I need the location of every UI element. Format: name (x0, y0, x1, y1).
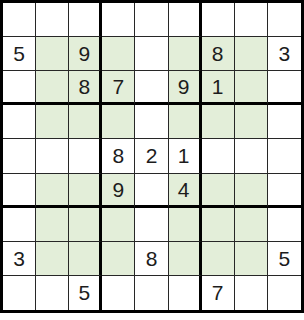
cell-r3c4[interactable]: 7 (102, 71, 135, 105)
sudoku-board: 598387918219438557 (0, 0, 304, 313)
cell-r9c5[interactable] (135, 276, 168, 310)
cell-r4c8[interactable] (235, 105, 268, 139)
cell-r8c6[interactable] (169, 242, 202, 276)
cell-r3c3[interactable]: 8 (69, 71, 102, 105)
cell-r8c1[interactable]: 3 (3, 242, 36, 276)
cell-r5c1[interactable] (3, 139, 36, 173)
cell-r9c2[interactable] (36, 276, 69, 310)
cell-r3c5[interactable] (135, 71, 168, 105)
cell-r6c7[interactable] (202, 174, 235, 208)
cell-r7c9[interactable] (268, 208, 301, 242)
cell-r6c9[interactable] (268, 174, 301, 208)
cell-r1c4[interactable] (102, 3, 135, 37)
cell-r8c3[interactable] (69, 242, 102, 276)
cell-r1c9[interactable] (268, 3, 301, 37)
cell-r9c3[interactable]: 5 (69, 276, 102, 310)
cell-r8c9[interactable]: 5 (268, 242, 301, 276)
cell-r6c5[interactable] (135, 174, 168, 208)
cell-r4c1[interactable] (3, 105, 36, 139)
cell-r2c5[interactable] (135, 37, 168, 71)
cell-r6c1[interactable] (3, 174, 36, 208)
cell-r7c5[interactable] (135, 208, 168, 242)
cell-r3c8[interactable] (235, 71, 268, 105)
cell-r1c8[interactable] (235, 3, 268, 37)
cell-r1c7[interactable] (202, 3, 235, 37)
cell-r2c9[interactable]: 3 (268, 37, 301, 71)
cell-r9c8[interactable] (235, 276, 268, 310)
cell-r2c3[interactable]: 9 (69, 37, 102, 71)
cell-r2c4[interactable] (102, 37, 135, 71)
cell-r5c4[interactable]: 8 (102, 139, 135, 173)
cell-r1c6[interactable] (169, 3, 202, 37)
cell-r7c2[interactable] (36, 208, 69, 242)
cell-r4c2[interactable] (36, 105, 69, 139)
cell-r4c7[interactable] (202, 105, 235, 139)
cell-r3c2[interactable] (36, 71, 69, 105)
cell-r4c6[interactable] (169, 105, 202, 139)
cell-r7c8[interactable] (235, 208, 268, 242)
cell-r1c5[interactable] (135, 3, 168, 37)
cell-r4c5[interactable] (135, 105, 168, 139)
cell-r9c4[interactable] (102, 276, 135, 310)
cell-r5c5[interactable]: 2 (135, 139, 168, 173)
cell-r6c2[interactable] (36, 174, 69, 208)
cell-r7c3[interactable] (69, 208, 102, 242)
cell-r2c6[interactable] (169, 37, 202, 71)
cell-r6c6[interactable]: 4 (169, 174, 202, 208)
cell-r2c2[interactable] (36, 37, 69, 71)
cell-r8c4[interactable] (102, 242, 135, 276)
cell-r8c8[interactable] (235, 242, 268, 276)
cell-r7c1[interactable] (3, 208, 36, 242)
cell-r3c1[interactable] (3, 71, 36, 105)
cell-r2c8[interactable] (235, 37, 268, 71)
cell-r4c3[interactable] (69, 105, 102, 139)
cell-r4c9[interactable] (268, 105, 301, 139)
cell-r8c5[interactable]: 8 (135, 242, 168, 276)
cell-r5c2[interactable] (36, 139, 69, 173)
cell-r4c4[interactable] (102, 105, 135, 139)
cell-r9c6[interactable] (169, 276, 202, 310)
cell-r8c7[interactable] (202, 242, 235, 276)
cell-r9c1[interactable] (3, 276, 36, 310)
cell-r3c7[interactable]: 1 (202, 71, 235, 105)
cell-r6c8[interactable] (235, 174, 268, 208)
cell-r2c1[interactable]: 5 (3, 37, 36, 71)
cell-r2c7[interactable]: 8 (202, 37, 235, 71)
cell-r7c4[interactable] (102, 208, 135, 242)
cell-r5c9[interactable] (268, 139, 301, 173)
cell-r1c1[interactable] (3, 3, 36, 37)
cell-r1c3[interactable] (69, 3, 102, 37)
cell-r3c9[interactable] (268, 71, 301, 105)
cell-r6c4[interactable]: 9 (102, 174, 135, 208)
cell-r5c7[interactable] (202, 139, 235, 173)
cell-r5c3[interactable] (69, 139, 102, 173)
cell-r7c7[interactable] (202, 208, 235, 242)
cell-r3c6[interactable]: 9 (169, 71, 202, 105)
cell-r7c6[interactable] (169, 208, 202, 242)
cell-r6c3[interactable] (69, 174, 102, 208)
cell-r1c2[interactable] (36, 3, 69, 37)
cell-r5c6[interactable]: 1 (169, 139, 202, 173)
cell-r5c8[interactable] (235, 139, 268, 173)
cell-r9c7[interactable]: 7 (202, 276, 235, 310)
cell-r9c9[interactable] (268, 276, 301, 310)
cell-r8c2[interactable] (36, 242, 69, 276)
